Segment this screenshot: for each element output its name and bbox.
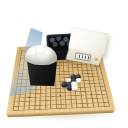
white-stone bbox=[71, 85, 78, 91]
white-stones-heap bbox=[25, 45, 57, 65]
star-point bbox=[59, 95, 61, 96]
star-point bbox=[90, 94, 92, 95]
star-point bbox=[86, 73, 88, 74]
product-box bbox=[66, 27, 108, 66]
grid-cell bbox=[103, 102, 109, 106]
go-set-photo bbox=[0, 0, 128, 128]
bowl-white-stones bbox=[25, 45, 58, 86]
board-tilt bbox=[0, 0, 128, 128]
